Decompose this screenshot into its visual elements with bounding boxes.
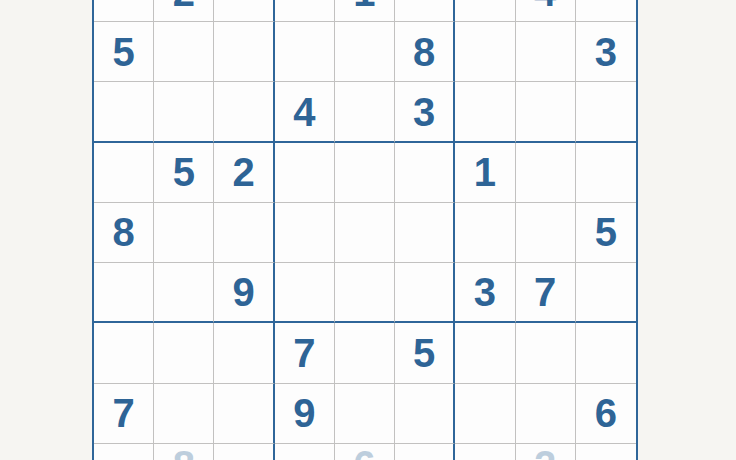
cell-r7c9[interactable] bbox=[576, 323, 636, 383]
cell-r3c3[interactable] bbox=[214, 82, 274, 142]
cell-r9c5[interactable]: 6 bbox=[335, 444, 395, 460]
cell-r9c1[interactable] bbox=[94, 444, 154, 460]
cell-r2c7[interactable] bbox=[455, 22, 515, 82]
cell-r4c5[interactable] bbox=[335, 143, 395, 203]
cell-r4c7[interactable]: 1 bbox=[455, 143, 515, 203]
cell-r2c4[interactable] bbox=[275, 22, 335, 82]
cell-r6c8[interactable]: 7 bbox=[516, 263, 576, 323]
cell-r3c1[interactable] bbox=[94, 82, 154, 142]
cell-r1c3[interactable] bbox=[214, 0, 274, 22]
cell-r9c7[interactable] bbox=[455, 444, 515, 460]
cell-r7c3[interactable] bbox=[214, 323, 274, 383]
cell-r8c4[interactable]: 9 bbox=[275, 384, 335, 444]
cell-r8c3[interactable] bbox=[214, 384, 274, 444]
cell-r7c2[interactable] bbox=[154, 323, 214, 383]
cell-r3c8[interactable] bbox=[516, 82, 576, 142]
cell-r6c7[interactable]: 3 bbox=[455, 263, 515, 323]
cell-r8c1[interactable]: 7 bbox=[94, 384, 154, 444]
cell-r6c4[interactable] bbox=[275, 263, 335, 323]
cell-r4c4[interactable] bbox=[275, 143, 335, 203]
cell-r3c5[interactable] bbox=[335, 82, 395, 142]
cell-r5c7[interactable] bbox=[455, 203, 515, 263]
cell-r8c7[interactable] bbox=[455, 384, 515, 444]
cell-r5c3[interactable] bbox=[214, 203, 274, 263]
given-digit: 7 bbox=[112, 393, 134, 433]
cell-r9c8[interactable]: 2 bbox=[516, 444, 576, 460]
given-digit: 5 bbox=[112, 32, 134, 72]
cell-r9c2[interactable]: 8 bbox=[154, 444, 214, 460]
cell-r3c4[interactable]: 4 bbox=[275, 82, 335, 142]
cell-r8c9[interactable]: 6 bbox=[576, 384, 636, 444]
given-digit: 2 bbox=[232, 152, 254, 192]
given-digit: 9 bbox=[293, 393, 315, 433]
cell-r2c6[interactable]: 8 bbox=[395, 22, 455, 82]
cell-r7c1[interactable] bbox=[94, 323, 154, 383]
given-digit: 8 bbox=[112, 212, 134, 252]
given-digit: 3 bbox=[413, 92, 435, 132]
cell-r7c6[interactable]: 5 bbox=[395, 323, 455, 383]
cell-r8c5[interactable] bbox=[335, 384, 395, 444]
given-digit: 5 bbox=[595, 212, 617, 252]
cell-r9c6[interactable] bbox=[395, 444, 455, 460]
cell-r2c1[interactable]: 5 bbox=[94, 22, 154, 82]
sudoku-board: 214583435218593775796862 bbox=[92, 0, 638, 460]
cell-r6c6[interactable] bbox=[395, 263, 455, 323]
cell-r2c9[interactable]: 3 bbox=[576, 22, 636, 82]
cell-r9c3[interactable] bbox=[214, 444, 274, 460]
cell-r4c8[interactable] bbox=[516, 143, 576, 203]
given-digit: 7 bbox=[293, 333, 315, 373]
cell-r2c5[interactable] bbox=[335, 22, 395, 82]
cell-r2c2[interactable] bbox=[154, 22, 214, 82]
given-digit: 6 bbox=[595, 393, 617, 433]
cell-r3c6[interactable]: 3 bbox=[395, 82, 455, 142]
cell-r1c4[interactable] bbox=[275, 0, 335, 22]
given-digit: 8 bbox=[173, 445, 195, 460]
cell-r3c7[interactable] bbox=[455, 82, 515, 142]
cell-r6c2[interactable] bbox=[154, 263, 214, 323]
cell-r4c9[interactable] bbox=[576, 143, 636, 203]
cell-r5c4[interactable] bbox=[275, 203, 335, 263]
cell-r4c3[interactable]: 2 bbox=[214, 143, 274, 203]
cell-r2c3[interactable] bbox=[214, 22, 274, 82]
given-digit: 7 bbox=[534, 272, 556, 312]
given-digit: 8 bbox=[413, 32, 435, 72]
cell-r4c1[interactable] bbox=[94, 143, 154, 203]
given-digit: 5 bbox=[413, 333, 435, 373]
given-digit: 2 bbox=[173, 0, 195, 12]
given-digit: 3 bbox=[595, 32, 617, 72]
cell-r9c9[interactable] bbox=[576, 444, 636, 460]
cell-r5c9[interactable]: 5 bbox=[576, 203, 636, 263]
given-digit: 4 bbox=[534, 0, 556, 12]
cell-r3c9[interactable] bbox=[576, 82, 636, 142]
cell-r7c7[interactable] bbox=[455, 323, 515, 383]
cell-r8c2[interactable] bbox=[154, 384, 214, 444]
cell-r1c9[interactable] bbox=[576, 0, 636, 22]
given-digit: 1 bbox=[474, 152, 496, 192]
cell-r8c6[interactable] bbox=[395, 384, 455, 444]
cell-r4c6[interactable] bbox=[395, 143, 455, 203]
cell-r1c7[interactable] bbox=[455, 0, 515, 22]
cell-r5c1[interactable]: 8 bbox=[94, 203, 154, 263]
cell-r3c2[interactable] bbox=[154, 82, 214, 142]
given-digit: 6 bbox=[353, 445, 375, 460]
cell-r1c2[interactable]: 2 bbox=[154, 0, 214, 22]
cell-r5c8[interactable] bbox=[516, 203, 576, 263]
cell-r9c4[interactable] bbox=[275, 444, 335, 460]
cell-r8c8[interactable] bbox=[516, 384, 576, 444]
cell-r6c9[interactable] bbox=[576, 263, 636, 323]
cell-r5c2[interactable] bbox=[154, 203, 214, 263]
cell-r1c1[interactable] bbox=[94, 0, 154, 22]
cell-r4c2[interactable]: 5 bbox=[154, 143, 214, 203]
page-background: 214583435218593775796862 bbox=[0, 0, 736, 460]
cell-r1c8[interactable]: 4 bbox=[516, 0, 576, 22]
cell-r2c8[interactable] bbox=[516, 22, 576, 82]
given-digit: 5 bbox=[173, 152, 195, 192]
given-digit: 2 bbox=[534, 445, 556, 460]
given-digit: 1 bbox=[353, 0, 375, 12]
cell-r6c1[interactable] bbox=[94, 263, 154, 323]
given-digit: 3 bbox=[474, 272, 496, 312]
cell-r5c6[interactable] bbox=[395, 203, 455, 263]
cell-r1c6[interactable] bbox=[395, 0, 455, 22]
cell-r6c3[interactable]: 9 bbox=[214, 263, 274, 323]
given-digit: 4 bbox=[293, 92, 315, 132]
cell-r5c5[interactable] bbox=[335, 203, 395, 263]
cell-r6c5[interactable] bbox=[335, 263, 395, 323]
cell-r7c5[interactable] bbox=[335, 323, 395, 383]
given-digit: 9 bbox=[232, 272, 254, 312]
cell-r7c4[interactable]: 7 bbox=[275, 323, 335, 383]
cell-r1c5[interactable]: 1 bbox=[335, 0, 395, 22]
cell-r7c8[interactable] bbox=[516, 323, 576, 383]
